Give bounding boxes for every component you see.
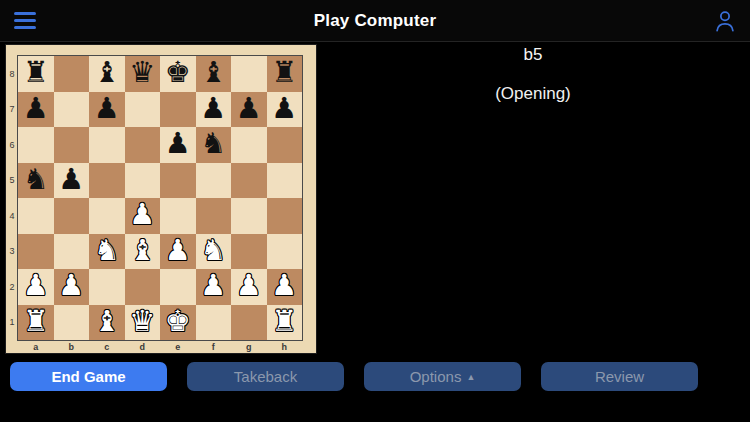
black-knight-piece: ♞ (200, 129, 226, 160)
square-a4[interactable] (18, 198, 54, 234)
rank-labels: 87654321 (6, 56, 18, 340)
square-e2[interactable] (160, 269, 196, 305)
rank-label-6: 6 (6, 127, 18, 163)
square-e6[interactable]: ♟ (160, 127, 196, 163)
file-label-b: b (54, 340, 90, 353)
square-b7[interactable] (54, 92, 90, 128)
file-label-d: d (125, 340, 161, 353)
black-knight-piece: ♞ (23, 165, 49, 196)
file-label-g: g (231, 340, 267, 353)
move-info-panel: b5 (Opening) (316, 45, 750, 104)
square-e1[interactable]: ♚ (160, 305, 196, 341)
bottom-toolbar: End Game Takeback Options ▲ Review (10, 362, 698, 391)
square-d1[interactable]: ♛ (125, 305, 161, 341)
square-d8[interactable]: ♛ (125, 56, 161, 92)
board-grid: ♜♝♛♚♝♜♟♟♟♟♟♟♞♞♟♟♞♝♟♞♟♟♟♟♟♜♝♛♚♜ (18, 56, 302, 340)
file-labels: abcdefgh (18, 340, 302, 353)
square-a3[interactable] (18, 234, 54, 270)
header: Play Computer (0, 0, 750, 42)
square-e7[interactable] (160, 92, 196, 128)
black-pawn-piece: ♟ (23, 94, 49, 125)
end-game-button[interactable]: End Game (10, 362, 167, 391)
square-b8[interactable] (54, 56, 90, 92)
square-c5[interactable] (89, 163, 125, 199)
square-h8[interactable]: ♜ (267, 56, 303, 92)
black-rook-piece: ♜ (23, 58, 49, 89)
rank-label-8: 8 (6, 56, 18, 92)
square-g1[interactable] (231, 305, 267, 341)
file-label-a: a (18, 340, 54, 353)
white-pawn-piece: ♟ (200, 271, 226, 302)
white-pawn-piece: ♟ (165, 236, 191, 267)
square-b4[interactable] (54, 198, 90, 234)
options-button-label: Options (410, 368, 462, 385)
black-king-piece: ♚ (165, 58, 191, 89)
black-pawn-piece: ♟ (94, 94, 120, 125)
square-f7[interactable]: ♟ (196, 92, 232, 128)
square-c6[interactable] (89, 127, 125, 163)
square-h1[interactable]: ♜ (267, 305, 303, 341)
rank-label-3: 3 (6, 234, 18, 270)
square-g7[interactable]: ♟ (231, 92, 267, 128)
square-a2[interactable]: ♟ (18, 269, 54, 305)
review-button[interactable]: Review (541, 362, 698, 391)
square-f5[interactable] (196, 163, 232, 199)
person-icon-svg (713, 9, 737, 33)
white-queen-piece: ♛ (129, 307, 155, 338)
square-f3[interactable]: ♞ (196, 234, 232, 270)
app: Play Computer 87654321 ♜♝♛♚♝♜♟♟♟♟♟♟♞♞♟♟♞… (0, 0, 750, 422)
square-e8[interactable]: ♚ (160, 56, 196, 92)
square-e5[interactable] (160, 163, 196, 199)
square-c2[interactable] (89, 269, 125, 305)
last-move-text: b5 (316, 45, 750, 65)
square-f2[interactable]: ♟ (196, 269, 232, 305)
square-h5[interactable] (267, 163, 303, 199)
black-bishop-piece: ♝ (94, 58, 120, 89)
file-label-e: e (160, 340, 196, 353)
person-icon[interactable] (712, 9, 738, 35)
black-rook-piece: ♜ (271, 58, 297, 89)
white-pawn-piece: ♟ (23, 271, 49, 302)
square-d2[interactable] (125, 269, 161, 305)
rank-label-1: 1 (6, 305, 18, 341)
square-g4[interactable] (231, 198, 267, 234)
square-c3[interactable]: ♞ (89, 234, 125, 270)
rank-label-4: 4 (6, 198, 18, 234)
square-d6[interactable] (125, 127, 161, 163)
square-b3[interactable] (54, 234, 90, 270)
square-h4[interactable] (267, 198, 303, 234)
square-b2[interactable]: ♟ (54, 269, 90, 305)
game-phase-text: (Opening) (316, 84, 750, 104)
white-pawn-piece: ♟ (236, 271, 262, 302)
white-bishop-piece: ♝ (129, 236, 155, 267)
square-g5[interactable] (231, 163, 267, 199)
black-pawn-piece: ♟ (200, 94, 226, 125)
white-rook-piece: ♜ (23, 307, 49, 338)
square-c1[interactable]: ♝ (89, 305, 125, 341)
white-bishop-piece: ♝ (94, 307, 120, 338)
file-label-f: f (196, 340, 232, 353)
square-a5[interactable]: ♞ (18, 163, 54, 199)
chess-board: 87654321 ♜♝♛♚♝♜♟♟♟♟♟♟♞♞♟♟♞♝♟♞♟♟♟♟♟♜♝♛♚♜ … (6, 45, 316, 353)
rank-label-7: 7 (6, 92, 18, 128)
square-e4[interactable] (160, 198, 196, 234)
square-d4[interactable]: ♟ (125, 198, 161, 234)
square-g3[interactable] (231, 234, 267, 270)
black-pawn-piece: ♟ (236, 94, 262, 125)
square-f6[interactable]: ♞ (196, 127, 232, 163)
black-pawn-piece: ♟ (271, 94, 297, 125)
page-title: Play Computer (0, 11, 750, 31)
rank-label-5: 5 (6, 163, 18, 199)
file-label-h: h (267, 340, 303, 353)
square-c8[interactable]: ♝ (89, 56, 125, 92)
square-b6[interactable] (54, 127, 90, 163)
white-pawn-piece: ♟ (58, 271, 84, 302)
square-b5[interactable]: ♟ (54, 163, 90, 199)
white-king-piece: ♚ (165, 307, 191, 338)
square-d3[interactable]: ♝ (125, 234, 161, 270)
square-a1[interactable]: ♜ (18, 305, 54, 341)
square-g8[interactable] (231, 56, 267, 92)
chevron-up-icon: ▲ (466, 372, 475, 382)
rank-label-2: 2 (6, 269, 18, 305)
square-c4[interactable] (89, 198, 125, 234)
black-bishop-piece: ♝ (200, 58, 226, 89)
black-pawn-piece: ♟ (58, 165, 84, 196)
square-h2[interactable]: ♟ (267, 269, 303, 305)
white-pawn-piece: ♟ (271, 271, 297, 302)
square-f4[interactable] (196, 198, 232, 234)
square-e3[interactable]: ♟ (160, 234, 196, 270)
options-button[interactable]: Options ▲ (364, 362, 521, 391)
white-rook-piece: ♜ (271, 307, 297, 338)
square-f1[interactable] (196, 305, 232, 341)
black-queen-piece: ♛ (129, 58, 155, 89)
white-knight-piece: ♞ (94, 236, 120, 267)
square-c7[interactable]: ♟ (89, 92, 125, 128)
square-a6[interactable] (18, 127, 54, 163)
file-label-c: c (89, 340, 125, 353)
takeback-button[interactable]: Takeback (187, 362, 344, 391)
square-b1[interactable] (54, 305, 90, 341)
square-g6[interactable] (231, 127, 267, 163)
white-pawn-piece: ♟ (129, 200, 155, 231)
square-g2[interactable]: ♟ (231, 269, 267, 305)
square-d7[interactable] (125, 92, 161, 128)
square-d5[interactable] (125, 163, 161, 199)
square-f8[interactable]: ♝ (196, 56, 232, 92)
square-h6[interactable] (267, 127, 303, 163)
black-pawn-piece: ♟ (165, 129, 191, 160)
square-h3[interactable] (267, 234, 303, 270)
white-knight-piece: ♞ (200, 236, 226, 267)
square-h7[interactable]: ♟ (267, 92, 303, 128)
square-a8[interactable]: ♜ (18, 56, 54, 92)
square-a7[interactable]: ♟ (18, 92, 54, 128)
